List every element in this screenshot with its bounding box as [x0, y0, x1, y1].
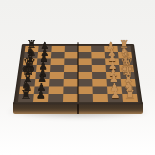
square-g3[interactable]: [92, 86, 107, 94]
square-c6[interactable]: [50, 58, 64, 65]
square-f3[interactable]: [92, 79, 107, 86]
square-c5[interactable]: [64, 58, 78, 65]
square-g4[interactable]: [78, 86, 93, 94]
square-f6[interactable]: [49, 79, 64, 86]
square-d5[interactable]: [64, 65, 78, 72]
square-e3[interactable]: [92, 72, 106, 79]
piece-black-pawn[interactable]: ♟: [36, 89, 46, 100]
square-d4[interactable]: [78, 65, 92, 72]
square-d3[interactable]: [92, 65, 106, 72]
square-c3[interactable]: [92, 58, 106, 65]
square-c4[interactable]: [78, 58, 92, 65]
fold-seam: [77, 42, 79, 102]
square-h5[interactable]: [63, 94, 78, 102]
chess-set-photo: ♜♟♟♜♞♟♟♞♝♟♟♝♛♟♟♛♚♟♟♚♝♟♟♝♞♟♟♞♜♟♟♜: [0, 0, 155, 155]
square-e6[interactable]: [50, 72, 64, 79]
square-f4[interactable]: [78, 79, 92, 86]
square-g6[interactable]: [48, 86, 63, 94]
square-e4[interactable]: [78, 72, 92, 79]
piece-black-rook[interactable]: ♜: [20, 88, 31, 100]
square-g5[interactable]: [63, 86, 78, 94]
square-h6[interactable]: [48, 94, 63, 102]
square-h3[interactable]: [93, 94, 108, 102]
square-d6[interactable]: [50, 65, 64, 72]
piece-white-rook[interactable]: ♜: [125, 88, 136, 100]
piece-white-pawn[interactable]: ♟: [110, 89, 120, 100]
square-f5[interactable]: [64, 79, 78, 86]
square-e5[interactable]: [64, 72, 78, 79]
square-h4[interactable]: [78, 94, 93, 102]
